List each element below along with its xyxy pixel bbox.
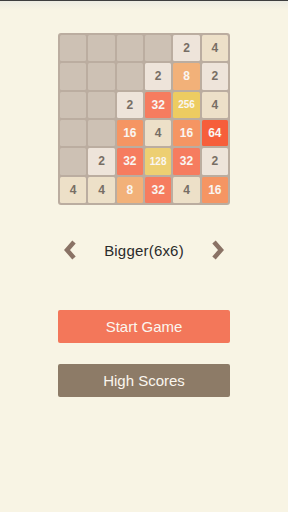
board-grid: 242822322564164166423212832244832416 [58, 33, 230, 205]
chevron-left-path [67, 242, 74, 258]
empty-cell [60, 148, 86, 174]
tile-32: 32 [145, 92, 171, 118]
prev-mode-button[interactable] [64, 239, 76, 261]
mode-label: Bigger(6x6) [76, 242, 212, 259]
tile-4: 4 [173, 177, 199, 203]
tile-4: 4 [88, 177, 114, 203]
chevron-left-icon [64, 240, 76, 260]
tile-4: 4 [202, 35, 228, 61]
empty-cell [88, 92, 114, 118]
empty-cell [117, 63, 143, 89]
tile-2: 2 [145, 63, 171, 89]
start-game-button[interactable]: Start Game [58, 310, 230, 343]
tile-64: 64 [202, 120, 228, 146]
tile-4: 4 [202, 92, 228, 118]
empty-cell [60, 120, 86, 146]
chevron-right-icon [212, 240, 224, 260]
tile-8: 8 [173, 63, 199, 89]
tile-2: 2 [202, 148, 228, 174]
empty-cell [88, 63, 114, 89]
tile-2: 2 [202, 63, 228, 89]
empty-cell [60, 63, 86, 89]
tile-2: 2 [88, 148, 114, 174]
tile-8: 8 [117, 177, 143, 203]
empty-cell [60, 35, 86, 61]
tile-256: 256 [173, 92, 199, 118]
empty-cell [88, 35, 114, 61]
empty-cell [117, 35, 143, 61]
empty-cell [145, 35, 171, 61]
tile-4: 4 [60, 177, 86, 203]
tile-2: 2 [117, 92, 143, 118]
high-scores-button[interactable]: High Scores [58, 364, 230, 397]
chevron-right-path [214, 242, 221, 258]
tile-32: 32 [117, 148, 143, 174]
empty-cell [88, 120, 114, 146]
next-mode-button[interactable] [212, 239, 224, 261]
tile-128: 128 [145, 148, 171, 174]
status-bar-fade [0, 1, 288, 10]
empty-cell [60, 92, 86, 118]
tile-16: 16 [202, 177, 228, 203]
tile-32: 32 [145, 177, 171, 203]
tile-16: 16 [117, 120, 143, 146]
tile-4: 4 [145, 120, 171, 146]
tile-32: 32 [173, 148, 199, 174]
mode-selector: Bigger(6x6) [58, 237, 230, 263]
tile-2: 2 [173, 35, 199, 61]
tile-16: 16 [173, 120, 199, 146]
